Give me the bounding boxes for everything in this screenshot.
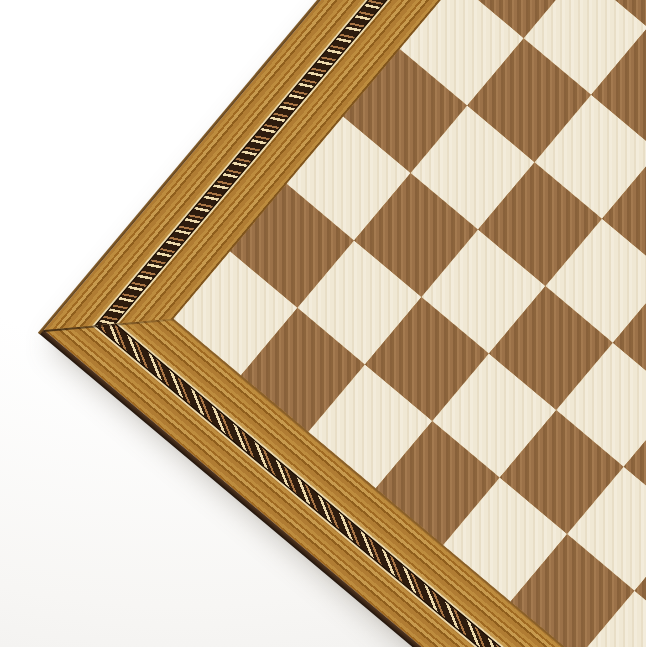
chess-board: [44, 0, 646, 647]
photo-background: [0, 0, 646, 647]
